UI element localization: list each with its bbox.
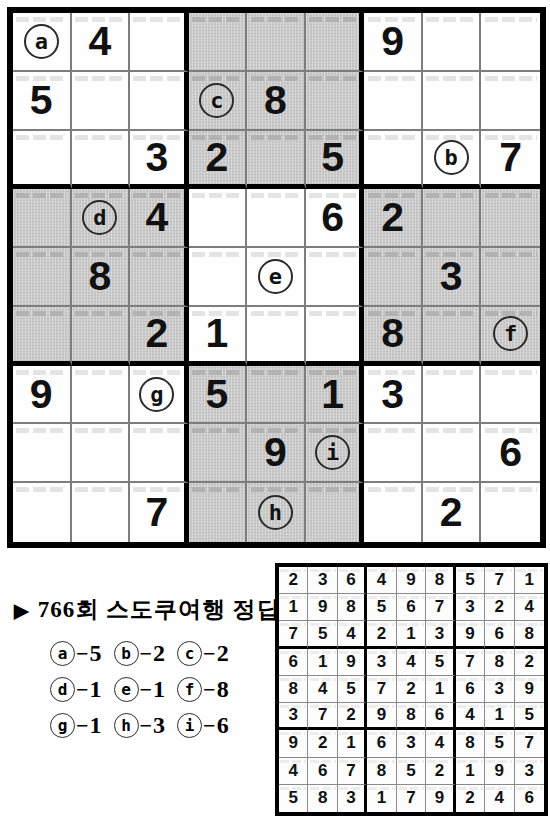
solution-cell-r8c5: 5 [397,758,426,785]
answer-entry-b: b−2 [114,640,166,667]
solution-cell-r3c5: 1 [397,621,426,648]
cell-r6c6 [306,307,365,366]
solution-cell-r8c8: 9 [485,758,514,785]
given-digit: 5 [206,374,229,415]
solution-cell-r8c2: 6 [308,758,337,785]
solution-cell-r5c4: 7 [367,676,396,703]
given-digit: 5 [30,80,53,121]
solution-cell-r9c3: 3 [338,785,367,812]
circled-letter-h: h [114,713,139,738]
cell-r5c3 [130,248,189,307]
solution-cell-r9c4: 1 [367,785,396,812]
circled-letter-a: a [50,641,75,666]
given-digit: 4 [145,197,168,238]
circled-letter-g: g [50,713,75,738]
cell-r4c6: 6 [306,189,365,248]
solution-cell-r1c6: 8 [426,567,455,594]
given-digit: 2 [381,197,404,238]
cell-r4c5 [247,189,306,248]
cell-r6c1 [13,307,72,366]
solution-cell-r9c7: 2 [456,785,485,812]
cell-r2c5: 8 [247,72,306,131]
solution-cell-r7c5: 3 [397,730,426,757]
cell-r3c6: 5 [306,131,365,190]
answer-value: 2 [217,640,229,667]
solution-cell-r3c2: 5 [308,621,337,648]
given-digit: 4 [88,21,111,62]
cell-r6c7: 8 [364,307,423,366]
solution-cell-r2c3: 8 [338,594,367,621]
cell-r7c4: 5 [189,366,248,425]
solution-cell-r2c9: 4 [515,594,544,621]
solution-cell-r7c8: 5 [485,730,514,757]
cell-r5c2: 8 [72,248,131,307]
cell-r2c8 [423,72,482,131]
solution-cell-r6c3: 2 [338,703,367,730]
solution-cell-r6c1: 3 [279,703,308,730]
cell-r3c8: b [423,131,482,190]
given-digit: 8 [381,313,404,354]
cell-r3c4: 2 [189,131,248,190]
cell-r8c3 [130,424,189,483]
solution-cell-r1c2: 3 [308,567,337,594]
cell-r5c9 [481,248,540,307]
answer-value: 3 [153,712,165,739]
solution-cell-r7c4: 6 [367,730,396,757]
answer-value: 6 [217,712,229,739]
given-digit: 6 [499,432,522,473]
given-digit: 6 [321,197,344,238]
cell-r4c8 [423,189,482,248]
cell-r2c2 [72,72,131,131]
answer-value: 1 [153,676,165,703]
cell-r2c1: 5 [13,72,72,131]
solution-cell-r6c6: 6 [426,703,455,730]
cell-r3c1 [13,131,72,190]
dash: − [76,713,89,739]
solution-cell-r3c7: 9 [456,621,485,648]
solution-cell-r6c8: 1 [485,703,514,730]
solution-cell-r4c9: 2 [515,649,544,676]
solution-cell-r3c9: 8 [515,621,544,648]
circled-letter-i: i [177,713,202,738]
solution-cell-r2c4: 5 [367,594,396,621]
cell-r6c4: 1 [189,307,248,366]
solution-cell-r6c5: 8 [397,703,426,730]
answer-value: 1 [90,676,102,703]
cell-r8c8 [423,424,482,483]
cell-r6c2 [72,307,131,366]
solution-cell-r6c2: 7 [308,703,337,730]
solution-cell-r8c6: 2 [426,758,455,785]
dash: − [76,641,89,667]
solution-cell-r4c6: 5 [426,649,455,676]
solution-cell-r7c6: 4 [426,730,455,757]
cell-r9c1 [13,483,72,542]
solution-cell-r7c2: 2 [308,730,337,757]
cell-r9c4 [189,483,248,542]
solution-cell-r1c4: 4 [367,567,396,594]
answer-entry-c: c−2 [177,640,229,667]
solution-cell-r4c2: 1 [308,649,337,676]
cell-r1c7: 9 [364,13,423,72]
dash: − [203,641,216,667]
cell-r8c6: i [306,424,365,483]
circled-letter-b: b [434,140,469,175]
solution-cell-r9c9: 6 [515,785,544,812]
given-digit: 3 [381,374,404,415]
given-digit: 9 [381,21,404,62]
solution-grid: 2364985711985673247542139686193457828457… [275,563,548,816]
cell-r6c5 [247,307,306,366]
solution-cell-r5c1: 8 [279,676,308,703]
solution-cell-r8c3: 7 [338,758,367,785]
solution-cell-r9c6: 9 [426,785,455,812]
solution-cell-r6c9: 5 [515,703,544,730]
cell-r1c3 [130,13,189,72]
solution-cell-r5c9: 9 [515,676,544,703]
puzzle-grid: a495c8325b7d4628e3218f9g5139i67h2 [7,7,546,548]
given-digit: 8 [88,256,111,297]
solution-cell-r2c1: 1 [279,594,308,621]
cell-r9c5: h [247,483,306,542]
cell-r3c2 [72,131,131,190]
cell-r4c1 [13,189,72,248]
solution-cell-r3c4: 2 [367,621,396,648]
solution-cell-r7c7: 8 [456,730,485,757]
solution-cell-r9c1: 5 [279,785,308,812]
cell-r9c7 [364,483,423,542]
solution-cell-r2c7: 3 [456,594,485,621]
cell-r1c8 [423,13,482,72]
cell-r8c2 [72,424,131,483]
given-digit: 7 [145,492,168,533]
solution-cell-r8c9: 3 [515,758,544,785]
cell-r8c7 [364,424,423,483]
cell-r8c9: 6 [481,424,540,483]
solution-cell-r4c1: 6 [279,649,308,676]
dash: − [203,713,216,739]
cell-r2c9 [481,72,540,131]
cell-r9c6 [306,483,365,542]
circled-letter-h: h [258,495,293,530]
given-digit: 9 [264,432,287,473]
answer-value: 2 [153,640,165,667]
given-digit: 7 [499,137,522,178]
solution-cell-r5c2: 4 [308,676,337,703]
answer-caption-text: 766회 스도쿠여행 정답 [38,597,281,622]
cell-r1c4 [189,13,248,72]
cell-r2c4: c [189,72,248,131]
circled-letter-f: f [177,677,202,702]
solution-cell-r2c6: 7 [426,594,455,621]
solution-cell-r4c4: 3 [367,649,396,676]
cell-r4c9 [481,189,540,248]
solution-cell-r5c5: 2 [397,676,426,703]
circled-letter-d: d [82,200,117,235]
solution-cell-r1c5: 9 [397,567,426,594]
cell-r4c3: 4 [130,189,189,248]
cell-r7c3: g [130,366,189,425]
cell-r1c9 [481,13,540,72]
solution-cell-r2c5: 6 [397,594,426,621]
circled-letter-a: a [24,24,59,59]
solution-cell-r1c7: 5 [456,567,485,594]
answer-value: 8 [217,676,229,703]
solution-cell-r1c8: 7 [485,567,514,594]
cell-r4c4 [189,189,248,248]
cell-r7c1: 9 [13,366,72,425]
given-digit: 1 [206,313,229,354]
solution-cell-r8c4: 8 [367,758,396,785]
cell-r3c9: 7 [481,131,540,190]
cell-r2c6 [306,72,365,131]
solution-cell-r2c2: 9 [308,594,337,621]
given-digit: 2 [206,137,229,178]
cell-r1c2: 4 [72,13,131,72]
cell-r1c1: a [13,13,72,72]
cell-r5c6 [306,248,365,307]
solution-cell-r9c8: 4 [485,785,514,812]
circled-letter-g: g [139,377,174,412]
given-digit: 3 [440,256,463,297]
cell-r5c8: 3 [423,248,482,307]
cell-r7c2 [72,366,131,425]
answer-value: 1 [90,712,102,739]
circled-letter-e: e [258,259,293,294]
solution-cell-r8c1: 4 [279,758,308,785]
cell-r4c7: 2 [364,189,423,248]
cell-r9c3: 7 [130,483,189,542]
answer-entry-h: h−3 [114,712,166,739]
answer-entry-a: a−5 [50,640,102,667]
cell-r2c3 [130,72,189,131]
given-digit: 1 [321,374,344,415]
dash: − [140,713,153,739]
solution-cell-r7c1: 9 [279,730,308,757]
cell-r7c6: 1 [306,366,365,425]
cell-r4c2: d [72,189,131,248]
answer-entry-e: e−1 [114,676,166,703]
solution-cell-r5c8: 3 [485,676,514,703]
cell-r8c1 [13,424,72,483]
solution-cell-r5c3: 5 [338,676,367,703]
dash: − [203,677,216,703]
cell-r7c5 [247,366,306,425]
circled-letter-d: d [50,677,75,702]
circled-letter-c: c [199,83,234,118]
solution-cell-r8c7: 1 [456,758,485,785]
solution-cell-r2c8: 2 [485,594,514,621]
solution-cell-r9c5: 7 [397,785,426,812]
circled-letter-b: b [114,641,139,666]
cell-r5c5: e [247,248,306,307]
cell-r7c8 [423,366,482,425]
circled-letter-c: c [177,641,202,666]
cell-r2c7 [364,72,423,131]
given-digit: 8 [264,80,287,121]
cell-r6c9: f [481,307,540,366]
cell-r7c9 [481,366,540,425]
cell-r1c5 [247,13,306,72]
solution-cell-r6c7: 4 [456,703,485,730]
given-digit: 5 [321,137,344,178]
solution-cell-r9c2: 8 [308,785,337,812]
cell-r9c2 [72,483,131,542]
cell-r1c6 [306,13,365,72]
solution-cell-r3c8: 6 [485,621,514,648]
circled-letter-f: f [493,316,528,351]
solution-cell-r7c9: 7 [515,730,544,757]
solution-cell-r4c7: 7 [456,649,485,676]
solution-cell-r5c6: 1 [426,676,455,703]
triangle-marker-icon: ▶ [14,600,30,621]
circled-letter-e: e [114,677,139,702]
solution-cell-r1c3: 6 [338,567,367,594]
cell-r5c7 [364,248,423,307]
solution-cell-r1c1: 2 [279,567,308,594]
given-digit: 3 [145,137,168,178]
cell-r9c8: 2 [423,483,482,542]
solution-cell-r3c3: 4 [338,621,367,648]
cell-r3c3: 3 [130,131,189,190]
cell-r5c1 [13,248,72,307]
cell-r8c4 [189,424,248,483]
answer-caption: ▶766회 스도쿠여행 정답 [14,594,264,625]
answer-entry-g: g−1 [50,712,102,739]
cell-r6c3: 2 [130,307,189,366]
solution-cell-r5c7: 6 [456,676,485,703]
cell-r3c5 [247,131,306,190]
solution-cell-r3c1: 7 [279,621,308,648]
solution-cell-r7c3: 1 [338,730,367,757]
answer-entry-f: f−8 [177,676,229,703]
given-digit: 9 [30,374,53,415]
circled-letter-i: i [315,435,350,470]
dash: − [140,641,153,667]
cell-r3c7 [364,131,423,190]
answer-value: 5 [90,640,102,667]
cell-r9c9 [481,483,540,542]
answer-entry-d: d−1 [50,676,102,703]
solution-cell-r1c9: 1 [515,567,544,594]
solution-cell-r4c8: 8 [485,649,514,676]
dash: − [76,677,89,703]
solution-cell-r6c4: 9 [367,703,396,730]
given-digit: 2 [145,313,168,354]
solution-cell-r4c5: 4 [397,649,426,676]
cell-r8c5: 9 [247,424,306,483]
solution-cell-r4c3: 9 [338,649,367,676]
dash: − [140,677,153,703]
answer-entry-i: i−6 [177,712,229,739]
cell-r7c7: 3 [364,366,423,425]
cell-r6c8 [423,307,482,366]
answer-key: a−5b−2c−2d−1e−1f−8g−1h−3i−6 [50,640,229,739]
solution-cell-r3c6: 3 [426,621,455,648]
cell-r5c4 [189,248,248,307]
given-digit: 2 [440,492,463,533]
